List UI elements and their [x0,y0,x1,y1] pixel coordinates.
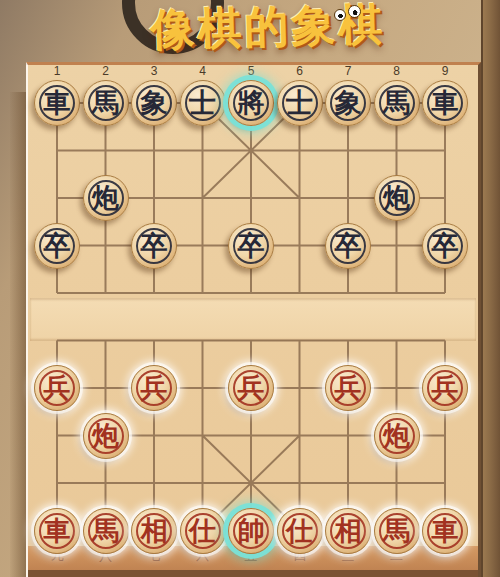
col-label-top: 3 [142,64,166,78]
piece-label: 車 [35,509,79,553]
piece-label: 將 [229,81,273,125]
piece-label: 卒 [132,224,176,268]
piece-red-general[interactable]: 帥 [228,508,274,554]
piece-black-soldier[interactable]: 卒 [422,223,468,269]
piece-red-soldier[interactable]: 兵 [228,365,274,411]
piece-black-soldier[interactable]: 卒 [228,223,274,269]
piece-red-cannon[interactable]: 炮 [374,413,420,459]
left-shadow-strip [10,92,26,577]
piece-label: 士 [181,81,225,125]
piece-label: 兵 [423,366,467,410]
piece-red-chariot[interactable]: 車 [422,508,468,554]
river-band [30,298,476,341]
piece-label: 車 [35,81,79,125]
piece-red-horse[interactable]: 馬 [374,508,420,554]
piece-black-elephant[interactable]: 象 [131,80,177,126]
piece-label: 車 [423,509,467,553]
piece-label: 相 [326,509,370,553]
piece-label: 車 [423,81,467,125]
piece-black-soldier[interactable]: 卒 [131,223,177,269]
piece-label: 馬 [375,509,419,553]
piece-black-soldier[interactable]: 卒 [325,223,371,269]
piece-label: 卒 [423,224,467,268]
piece-red-soldier[interactable]: 兵 [131,365,177,411]
piece-label: 士 [278,81,322,125]
piece-red-soldier[interactable]: 兵 [325,365,371,411]
piece-label: 仕 [181,509,225,553]
piece-label: 象 [326,81,370,125]
piece-label: 炮 [84,414,128,458]
piece-label: 炮 [375,176,419,220]
col-label-top: 2 [94,64,118,78]
col-label-top: 5 [239,64,263,78]
piece-label: 兵 [326,366,370,410]
game-title: 像棋的象棋 [117,0,418,61]
piece-red-soldier[interactable]: 兵 [422,365,468,411]
piece-label: 兵 [229,366,273,410]
right-wall-strip [481,0,500,577]
piece-label: 卒 [326,224,370,268]
piece-black-general[interactable]: 將 [228,80,274,126]
title-eye-icon [334,9,346,21]
piece-black-advisor[interactable]: 士 [180,80,226,126]
piece-black-cannon[interactable]: 炮 [374,175,420,221]
piece-label: 兵 [35,366,79,410]
piece-label: 馬 [375,81,419,125]
col-label-top: 6 [288,64,312,78]
piece-label: 炮 [84,176,128,220]
piece-label: 相 [132,509,176,553]
piece-red-advisor[interactable]: 仕 [180,508,226,554]
piece-label: 馬 [84,509,128,553]
piece-red-horse[interactable]: 馬 [83,508,129,554]
piece-black-elephant[interactable]: 象 [325,80,371,126]
piece-black-soldier[interactable]: 卒 [34,223,80,269]
piece-black-advisor[interactable]: 士 [277,80,323,126]
piece-label: 帥 [229,509,273,553]
piece-black-horse[interactable]: 馬 [83,80,129,126]
piece-red-chariot[interactable]: 車 [34,508,80,554]
piece-label: 卒 [35,224,79,268]
col-label-top: 1 [45,64,69,78]
piece-black-horse[interactable]: 馬 [374,80,420,126]
col-label-top: 4 [191,64,215,78]
board-bottom-edge [28,570,478,577]
piece-label: 炮 [375,414,419,458]
piece-red-advisor[interactable]: 仕 [277,508,323,554]
piece-red-cannon[interactable]: 炮 [83,413,129,459]
piece-label: 仕 [278,509,322,553]
piece-label: 兵 [132,366,176,410]
piece-red-soldier[interactable]: 兵 [34,365,80,411]
col-label-top: 7 [336,64,360,78]
piece-black-cannon[interactable]: 炮 [83,175,129,221]
piece-black-chariot[interactable]: 車 [422,80,468,126]
piece-label: 象 [132,81,176,125]
piece-red-elephant[interactable]: 相 [325,508,371,554]
piece-label: 馬 [84,81,128,125]
piece-red-elephant[interactable]: 相 [131,508,177,554]
xiangqi-board[interactable] [26,62,481,577]
piece-black-chariot[interactable]: 車 [34,80,80,126]
piece-label: 卒 [229,224,273,268]
col-label-top: 8 [385,64,409,78]
col-label-top: 9 [433,64,457,78]
game-screen: 像棋的象棋 車馬象士將士象馬車炮炮卒卒卒卒卒兵兵兵兵兵炮炮車馬相仕帥仕相馬車 1… [0,0,500,577]
title-eye-icon [348,5,361,18]
